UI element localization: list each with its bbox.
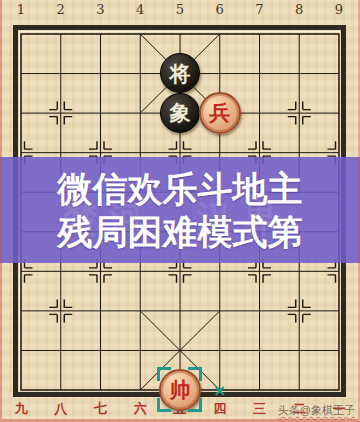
piece-black-elephant[interactable]: 象 — [160, 93, 200, 133]
board-cell: 兵 — [198, 91, 241, 134]
river-text-right: 汉界 — [196, 195, 288, 244]
watermark: 头条@象棋王子 — [278, 403, 355, 418]
river-text-left: 楚河 — [62, 195, 154, 244]
piece-glyph: 象 — [169, 102, 190, 123]
piece-glyph: 帅 — [169, 379, 190, 400]
caption-banner: 楚河 汉界 微信欢乐斗地主 残局困难模式第 — [0, 157, 360, 263]
xiangqi-screenshot-root: 123456789 将象兵帅 楚河 汉界 微信欢乐斗地主 残局困难模式第 九八七… — [0, 0, 360, 422]
board-cell: 象 — [158, 91, 201, 134]
selection-bracket — [188, 398, 202, 412]
selection-bracket — [157, 398, 171, 412]
board-cell: 将 — [158, 52, 201, 95]
selection-bracket — [188, 367, 202, 381]
piece-black-general[interactable]: 将 — [160, 53, 200, 93]
selection-bracket — [157, 367, 171, 381]
board-cell: 帅 — [158, 368, 201, 411]
piece-glyph: 将 — [169, 63, 190, 84]
piece-glyph: 兵 — [209, 102, 230, 123]
piece-red-soldier[interactable]: 兵 — [199, 92, 241, 134]
